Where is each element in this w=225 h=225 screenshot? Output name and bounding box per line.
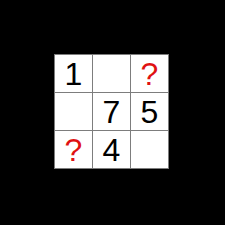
cell-value: 5 xyxy=(141,96,159,128)
cell-r0c1[interactable] xyxy=(93,55,130,92)
cell-r1c0[interactable] xyxy=(55,93,92,130)
cell-r2c0[interactable]: ? xyxy=(55,131,92,168)
puzzle-canvas: 1 ? 7 5 ? 4 xyxy=(0,0,225,225)
cell-value: ? xyxy=(141,58,159,90)
cell-r0c0[interactable]: 1 xyxy=(55,55,92,92)
cell-r1c1[interactable]: 7 xyxy=(93,93,130,130)
cell-r2c1[interactable]: 4 xyxy=(93,131,130,168)
cell-value: ? xyxy=(65,134,83,166)
cell-value: 7 xyxy=(103,96,121,128)
cell-r1c2[interactable]: 5 xyxy=(131,93,168,130)
cell-r0c2[interactable]: ? xyxy=(131,55,168,92)
puzzle-grid: 1 ? 7 5 ? 4 xyxy=(54,54,169,169)
cell-value: 1 xyxy=(65,58,83,90)
cell-r2c2[interactable] xyxy=(131,131,168,168)
cell-value: 4 xyxy=(103,134,121,166)
